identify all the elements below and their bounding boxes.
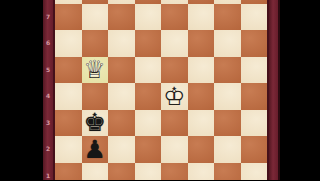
square-e3[interactable]: [161, 110, 188, 137]
square-a5[interactable]: [55, 57, 82, 84]
square-e4[interactable]: ♚♔: [161, 83, 188, 110]
chess-app-screen: 7654321 ♛♕♚♔♚♟: [0, 0, 320, 180]
square-h7[interactable]: [241, 4, 268, 31]
white-queen[interactable]: ♛♕: [82, 57, 109, 84]
rank-label-5: 5: [43, 66, 53, 74]
rank-label-7: 7: [43, 13, 53, 21]
square-h5[interactable]: [241, 57, 268, 84]
square-g7[interactable]: [214, 4, 241, 31]
square-e2[interactable]: [161, 136, 188, 163]
square-g5[interactable]: [214, 57, 241, 84]
square-a2[interactable]: [55, 136, 82, 163]
square-e5[interactable]: [161, 57, 188, 84]
square-g6[interactable]: [214, 30, 241, 57]
square-h1[interactable]: [241, 163, 268, 181]
square-h4[interactable]: [241, 83, 268, 110]
square-c5[interactable]: [108, 57, 135, 84]
square-a4[interactable]: [55, 83, 82, 110]
square-b3[interactable]: ♚: [82, 110, 109, 137]
square-f5[interactable]: [188, 57, 215, 84]
square-d7[interactable]: [135, 4, 162, 31]
square-c3[interactable]: [108, 110, 135, 137]
square-d3[interactable]: [135, 110, 162, 137]
square-a1[interactable]: [55, 163, 82, 181]
rank-label-4: 4: [43, 92, 53, 100]
square-d5[interactable]: [135, 57, 162, 84]
square-g4[interactable]: [214, 83, 241, 110]
square-c6[interactable]: [108, 30, 135, 57]
square-h6[interactable]: [241, 30, 268, 57]
white-queen-outline: ♕: [82, 57, 109, 84]
square-c1[interactable]: [108, 163, 135, 181]
square-f7[interactable]: [188, 4, 215, 31]
square-f3[interactable]: [188, 110, 215, 137]
square-h3[interactable]: [241, 110, 268, 137]
white-king-outline: ♔: [161, 83, 188, 110]
square-e6[interactable]: [161, 30, 188, 57]
board-frame-right: [267, 0, 280, 180]
square-b5[interactable]: ♛♕: [82, 57, 109, 84]
square-h2[interactable]: [241, 136, 268, 163]
square-g2[interactable]: [214, 136, 241, 163]
square-f1[interactable]: [188, 163, 215, 181]
square-f6[interactable]: [188, 30, 215, 57]
square-g3[interactable]: [214, 110, 241, 137]
square-c7[interactable]: [108, 4, 135, 31]
black-king[interactable]: ♚: [82, 110, 109, 137]
square-g1[interactable]: [214, 163, 241, 181]
square-d2[interactable]: [135, 136, 162, 163]
square-e1[interactable]: [161, 163, 188, 181]
rank-label-6: 6: [43, 39, 53, 47]
rank-label-2: 2: [43, 145, 53, 153]
rank-label-3: 3: [43, 119, 53, 127]
square-f2[interactable]: [188, 136, 215, 163]
square-b7[interactable]: [82, 4, 109, 31]
board-frame-left: 7654321: [43, 0, 55, 180]
rank-label-1: 1: [43, 172, 53, 180]
square-b4[interactable]: [82, 83, 109, 110]
black-pawn[interactable]: ♟: [82, 136, 109, 163]
square-c4[interactable]: [108, 83, 135, 110]
square-c2[interactable]: [108, 136, 135, 163]
square-a7[interactable]: [55, 4, 82, 31]
square-a6[interactable]: [55, 30, 82, 57]
square-d6[interactable]: [135, 30, 162, 57]
square-a3[interactable]: [55, 110, 82, 137]
square-f4[interactable]: [188, 83, 215, 110]
square-d1[interactable]: [135, 163, 162, 181]
white-king[interactable]: ♚♔: [161, 83, 188, 110]
square-b2[interactable]: ♟: [82, 136, 109, 163]
square-e7[interactable]: [161, 4, 188, 31]
square-b1[interactable]: [82, 163, 109, 181]
square-d4[interactable]: [135, 83, 162, 110]
square-b6[interactable]: [82, 30, 109, 57]
chess-board: ♛♕♚♔♚♟: [55, 0, 267, 180]
